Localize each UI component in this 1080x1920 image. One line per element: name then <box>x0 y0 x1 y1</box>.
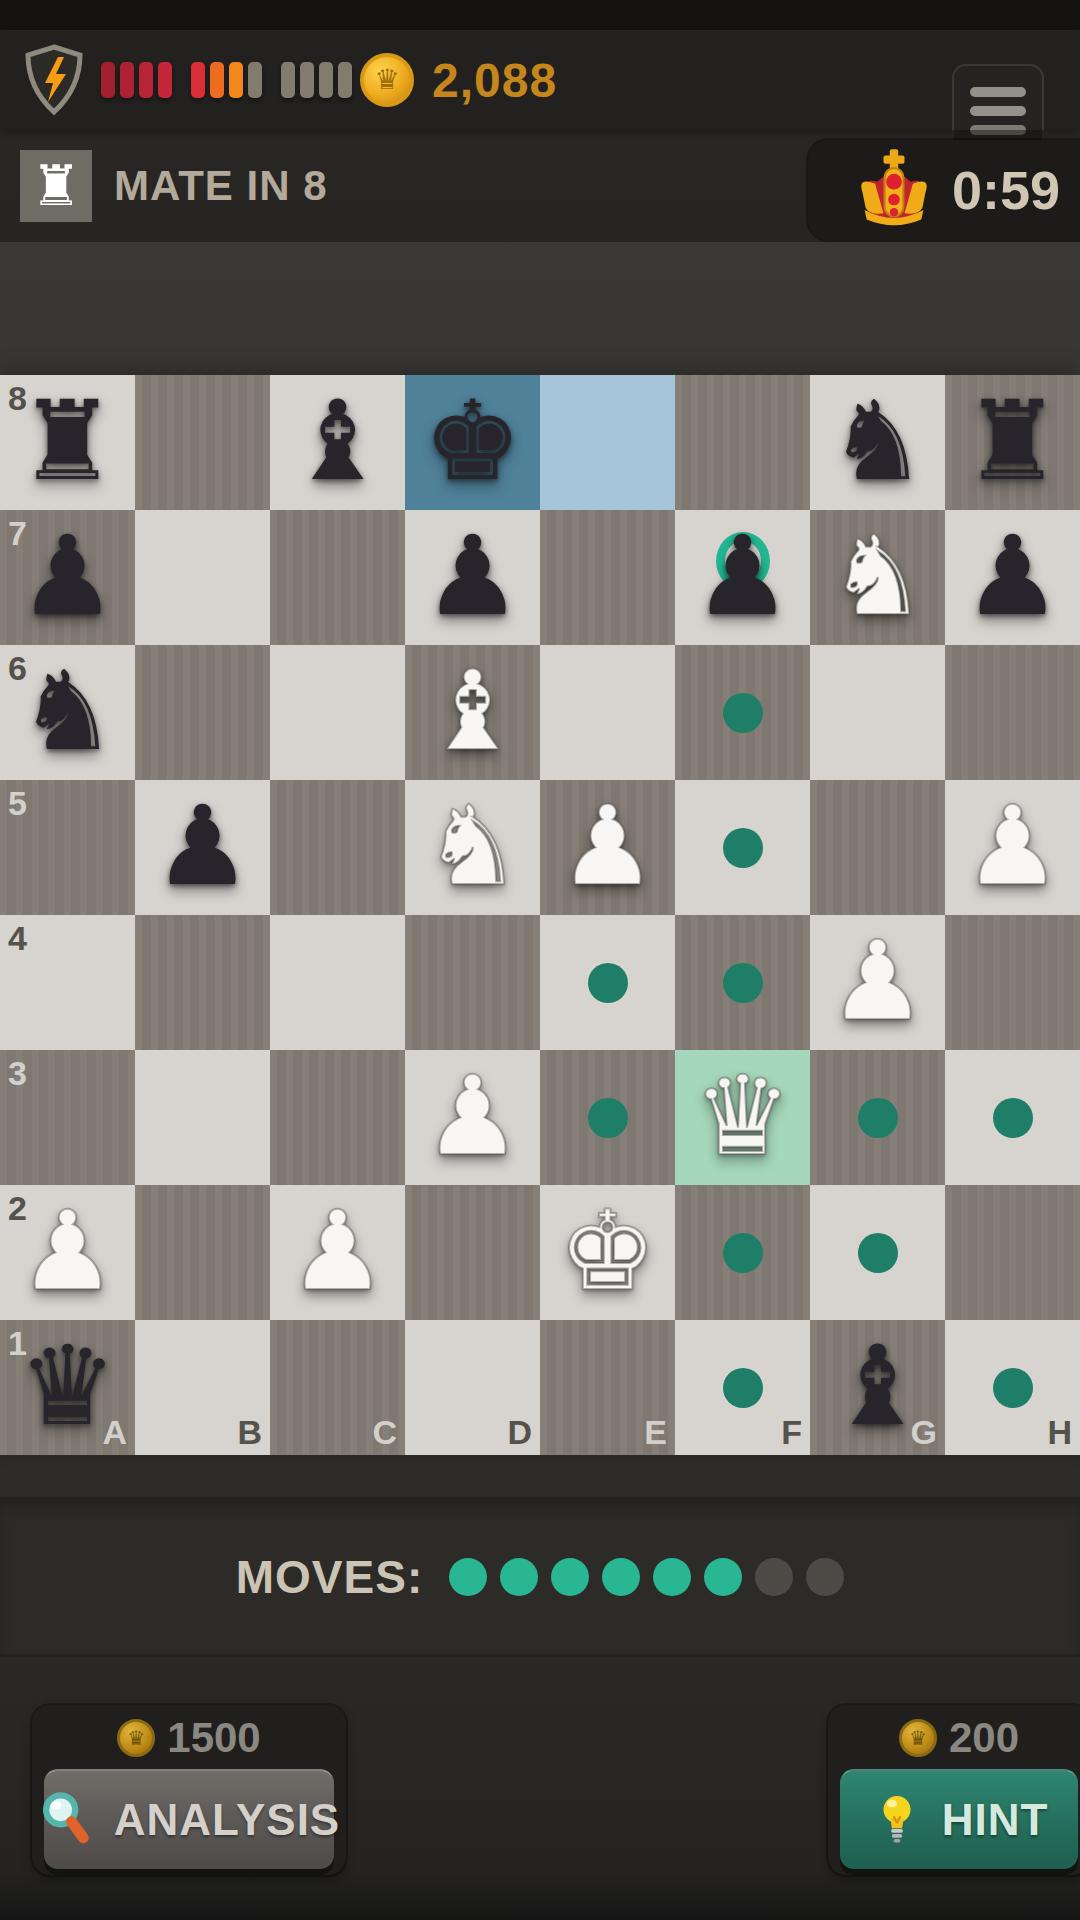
square-h1[interactable]: H <box>945 1320 1080 1455</box>
square-h6[interactable] <box>945 645 1080 780</box>
square-d5[interactable]: ♞ <box>405 780 540 915</box>
white-knight-d5[interactable]: ♞ <box>405 780 540 915</box>
black-king-d8[interactable]: ♚ <box>405 375 540 510</box>
white-pawn-c2[interactable]: ♟ <box>270 1185 405 1320</box>
legal-move-dot <box>723 1368 763 1408</box>
legal-move-dot <box>858 1233 898 1273</box>
square-f5[interactable] <box>675 780 810 915</box>
white-pawn-d3[interactable]: ♟ <box>405 1050 540 1185</box>
energy-segment <box>101 62 115 98</box>
square-d3[interactable]: ♟ <box>405 1050 540 1185</box>
energy-segment <box>158 62 172 98</box>
square-h8[interactable]: ♜ <box>945 375 1080 510</box>
square-a7[interactable]: 7♟ <box>0 510 135 645</box>
square-e2[interactable]: ♚ <box>540 1185 675 1320</box>
square-g3[interactable] <box>810 1050 945 1185</box>
legal-move-dot <box>993 1368 1033 1408</box>
square-e7[interactable] <box>540 510 675 645</box>
analysis-button[interactable]: ANALYSIS <box>44 1769 334 1869</box>
coin-icon: ♛ <box>360 53 414 107</box>
hint-button-label: HINT <box>942 1795 1049 1845</box>
square-e6[interactable] <box>540 645 675 780</box>
energy-segment <box>300 62 314 98</box>
black-bishop-c8[interactable]: ♝ <box>270 375 405 510</box>
energy-segment <box>139 62 153 98</box>
black-pawn-b5[interactable]: ♟ <box>135 780 270 915</box>
legal-move-dot <box>723 1233 763 1273</box>
white-king-e2[interactable]: ♚ <box>540 1185 675 1320</box>
black-bishop-g1[interactable]: ♝ <box>810 1320 945 1455</box>
shield-lightning-icon <box>22 43 86 117</box>
white-pawn-h5[interactable]: ♟ <box>945 780 1080 915</box>
square-d1[interactable]: D <box>405 1320 540 1455</box>
square-h2[interactable] <box>945 1185 1080 1320</box>
square-h7[interactable]: ♟ <box>945 510 1080 645</box>
square-e4[interactable] <box>540 915 675 1050</box>
square-d8[interactable]: ♚ <box>405 375 540 510</box>
square-c1[interactable]: C <box>270 1320 405 1455</box>
square-f4[interactable] <box>675 915 810 1050</box>
square-h4[interactable] <box>945 915 1080 1050</box>
move-dot-completed <box>653 1558 691 1596</box>
white-knight-g7[interactable]: ♞ <box>810 510 945 645</box>
black-pawn-f7[interactable]: ♟ <box>675 510 810 645</box>
square-c5[interactable] <box>270 780 405 915</box>
square-g4[interactable]: ♟ <box>810 915 945 1050</box>
square-c3[interactable] <box>270 1050 405 1185</box>
move-dot-completed <box>551 1558 589 1596</box>
square-b7[interactable] <box>135 510 270 645</box>
hint-cost: ♛ 200 <box>828 1713 1080 1763</box>
black-knight-g8[interactable]: ♞ <box>810 375 945 510</box>
black-pawn-h7[interactable]: ♟ <box>945 510 1080 645</box>
legal-move-dot <box>723 693 763 733</box>
black-rook-a8[interactable]: ♜ <box>0 375 135 510</box>
file-label: F <box>781 1415 802 1449</box>
energy-segment <box>281 62 295 98</box>
energy-segment <box>120 62 134 98</box>
legal-move-dot <box>858 1098 898 1138</box>
square-d2[interactable] <box>405 1185 540 1320</box>
move-dot-completed <box>500 1558 538 1596</box>
legal-move-dot <box>588 963 628 1003</box>
lightbulb-icon <box>870 1791 924 1849</box>
moves-label: MOVES: <box>236 1550 423 1604</box>
move-dot-remaining <box>755 1558 793 1596</box>
white-bishop-d6[interactable]: ♝ <box>405 645 540 780</box>
rank-label: 4 <box>8 921 27 955</box>
square-b2[interactable] <box>135 1185 270 1320</box>
bottom-fade <box>0 1870 1080 1920</box>
system-status-strip <box>0 0 1080 30</box>
square-d4[interactable] <box>405 915 540 1050</box>
square-g5[interactable] <box>810 780 945 915</box>
square-a4[interactable]: 4 <box>0 915 135 1050</box>
square-f7[interactable]: ♟ <box>675 510 810 645</box>
rank-label: 3 <box>8 1056 27 1090</box>
white-pawn-e5[interactable]: ♟ <box>540 780 675 915</box>
square-e5[interactable]: ♟ <box>540 780 675 915</box>
crown-icon <box>852 146 936 234</box>
square-a3[interactable]: 3 <box>0 1050 135 1185</box>
square-b1[interactable]: B <box>135 1320 270 1455</box>
analysis-button-label: ANALYSIS <box>114 1795 340 1845</box>
hint-button[interactable]: HINT <box>840 1769 1078 1869</box>
file-label: H <box>1047 1415 1072 1449</box>
timer-value: 0:59 <box>952 159 1060 221</box>
square-d7[interactable]: ♟ <box>405 510 540 645</box>
square-b5[interactable]: ♟ <box>135 780 270 915</box>
square-e8[interactable] <box>540 375 675 510</box>
move-dot-completed <box>449 1558 487 1596</box>
file-label: D <box>507 1415 532 1449</box>
white-pawn-a2[interactable]: ♟ <box>0 1185 135 1320</box>
square-c8[interactable]: ♝ <box>270 375 405 510</box>
square-e1[interactable]: E <box>540 1320 675 1455</box>
file-label: E <box>644 1415 667 1449</box>
legal-move-dot <box>588 1098 628 1138</box>
white-queen-f3[interactable]: ♛ <box>675 1050 810 1185</box>
move-dot-completed <box>704 1558 742 1596</box>
black-queen-a1[interactable]: ♛ <box>0 1320 135 1455</box>
rank-label: 5 <box>8 786 27 820</box>
hint-panel: ♛ 200 HINT <box>828 1705 1080 1875</box>
square-f3[interactable]: ♛ <box>675 1050 810 1185</box>
square-h5[interactable]: ♟ <box>945 780 1080 915</box>
moves-progress-dots <box>449 1558 844 1596</box>
square-c7[interactable] <box>270 510 405 645</box>
analysis-panel: ♛ 1500 ANALYSIS <box>32 1705 346 1875</box>
puzzle-piece-tile: ♜ <box>20 150 92 222</box>
coin-icon: ♛ <box>117 1719 155 1757</box>
square-a5[interactable]: 5 <box>0 780 135 915</box>
file-label: B <box>237 1415 262 1449</box>
move-dot-remaining <box>806 1558 844 1596</box>
square-f1[interactable]: F <box>675 1320 810 1455</box>
square-g6[interactable] <box>810 645 945 780</box>
black-rook-h8[interactable]: ♜ <box>945 375 1080 510</box>
hamburger-icon <box>970 87 1026 97</box>
square-f8[interactable] <box>675 375 810 510</box>
square-a6[interactable]: 6♞ <box>0 645 135 780</box>
square-g7[interactable]: ♞ <box>810 510 945 645</box>
energy-segment <box>210 62 224 98</box>
square-h3[interactable] <box>945 1050 1080 1185</box>
energy-segments <box>96 62 352 98</box>
rook-icon: ♜ <box>31 158 81 214</box>
moves-panel: MOVES: <box>0 1497 1080 1657</box>
square-b8[interactable] <box>135 375 270 510</box>
analysis-cost-value: 1500 <box>167 1714 260 1762</box>
square-a8[interactable]: 8♜ <box>0 375 135 510</box>
square-f6[interactable] <box>675 645 810 780</box>
coin-icon: ♛ <box>899 1719 937 1757</box>
puzzle-title: MATE IN 8 <box>114 150 328 222</box>
coin-balance: ♛ 2,088 <box>360 30 557 130</box>
black-knight-a6[interactable]: ♞ <box>0 645 135 780</box>
black-pawn-a7[interactable]: ♟ <box>0 510 135 645</box>
chess-board[interactable]: 8♜♝♚♞♜7♟♟♟♞♟6♞♝5♟♞♟♟4♟3♟♛2♟♟♚1A♛BCDEFG♝H <box>0 375 1080 1455</box>
file-label: C <box>372 1415 397 1449</box>
white-pawn-g4[interactable]: ♟ <box>810 915 945 1050</box>
energy-segment <box>191 62 205 98</box>
energy-segment <box>229 62 243 98</box>
hint-cost-value: 200 <box>949 1714 1019 1762</box>
magnifier-icon <box>38 1789 96 1851</box>
square-b3[interactable] <box>135 1050 270 1185</box>
energy-segment <box>319 62 333 98</box>
energy-segment <box>338 62 352 98</box>
square-c6[interactable] <box>270 645 405 780</box>
top-bar: ♛ 2,088 <box>0 30 1080 130</box>
energy-meter <box>22 30 352 130</box>
square-d6[interactable]: ♝ <box>405 645 540 780</box>
timer-panel: 0:59 <box>808 140 1080 240</box>
square-a2[interactable]: 2♟ <box>0 1185 135 1320</box>
square-c2[interactable]: ♟ <box>270 1185 405 1320</box>
square-b6[interactable] <box>135 645 270 780</box>
legal-move-dot <box>993 1098 1033 1138</box>
square-f2[interactable] <box>675 1185 810 1320</box>
energy-segment <box>248 62 262 98</box>
coin-amount: 2,088 <box>432 53 557 108</box>
legal-move-dot <box>723 963 763 1003</box>
analysis-cost: ♛ 1500 <box>32 1713 346 1763</box>
black-pawn-d7[interactable]: ♟ <box>405 510 540 645</box>
square-g8[interactable]: ♞ <box>810 375 945 510</box>
square-c4[interactable] <box>270 915 405 1050</box>
square-b4[interactable] <box>135 915 270 1050</box>
legal-move-dot <box>723 828 763 868</box>
square-g1[interactable]: G♝ <box>810 1320 945 1455</box>
move-dot-completed <box>602 1558 640 1596</box>
square-g2[interactable] <box>810 1185 945 1320</box>
square-a1[interactable]: 1A♛ <box>0 1320 135 1455</box>
square-e3[interactable] <box>540 1050 675 1185</box>
